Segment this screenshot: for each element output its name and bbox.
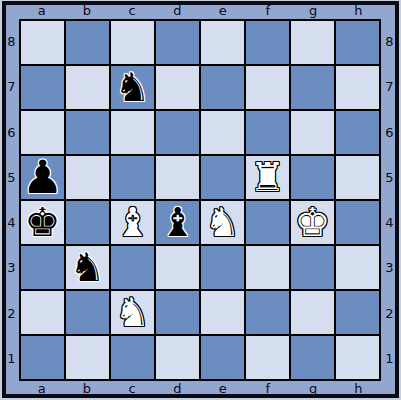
square-a4[interactable]: ♚ bbox=[21, 201, 64, 244]
rank-label-7: 7 bbox=[383, 64, 396, 109]
square-g5[interactable] bbox=[291, 156, 334, 199]
square-e4[interactable]: ♞ bbox=[201, 201, 244, 244]
square-a3[interactable] bbox=[21, 246, 64, 289]
square-f3[interactable] bbox=[246, 246, 289, 289]
square-h6[interactable] bbox=[336, 111, 379, 154]
rank-label-3: 3 bbox=[5, 245, 18, 290]
piece-white-knight[interactable]: ♞ bbox=[115, 291, 151, 334]
file-labels-top: abcdefgh bbox=[19, 4, 381, 18]
square-e5[interactable] bbox=[201, 156, 244, 199]
rank-label-6: 6 bbox=[5, 110, 18, 155]
square-d2[interactable] bbox=[156, 291, 199, 334]
piece-white-king[interactable]: ♚ bbox=[295, 201, 331, 244]
file-label-c: c bbox=[110, 4, 155, 18]
square-b4[interactable] bbox=[66, 201, 109, 244]
rank-label-1: 1 bbox=[383, 336, 396, 381]
square-h8[interactable] bbox=[336, 21, 379, 64]
rank-label-2: 2 bbox=[383, 291, 396, 336]
square-a1[interactable] bbox=[21, 336, 64, 379]
file-label-a: a bbox=[19, 382, 64, 396]
square-d6[interactable] bbox=[156, 111, 199, 154]
file-label-d: d bbox=[155, 4, 200, 18]
board-grid: ♞♟♜♚♝♝♞♚♞♞ bbox=[19, 19, 381, 381]
square-a2[interactable] bbox=[21, 291, 64, 334]
square-f4[interactable] bbox=[246, 201, 289, 244]
square-g4[interactable]: ♚ bbox=[291, 201, 334, 244]
square-d5[interactable] bbox=[156, 156, 199, 199]
file-label-h: h bbox=[336, 382, 381, 396]
file-label-d: d bbox=[155, 382, 200, 396]
square-c3[interactable] bbox=[111, 246, 154, 289]
square-h1[interactable] bbox=[336, 336, 379, 379]
piece-white-knight[interactable]: ♞ bbox=[205, 201, 241, 244]
file-labels-bottom: abcdefgh bbox=[19, 382, 381, 396]
square-h5[interactable] bbox=[336, 156, 379, 199]
rank-labels-right: 87654321 bbox=[383, 19, 396, 381]
chess-board: abcdefgh 87654321 87654321 ♞♟♜♚♝♝♞♚♞♞ ab… bbox=[0, 0, 401, 400]
square-d8[interactable] bbox=[156, 21, 199, 64]
square-e2[interactable] bbox=[201, 291, 244, 334]
square-g8[interactable] bbox=[291, 21, 334, 64]
square-f5[interactable]: ♜ bbox=[246, 156, 289, 199]
square-b8[interactable] bbox=[66, 21, 109, 64]
square-c5[interactable] bbox=[111, 156, 154, 199]
square-a8[interactable] bbox=[21, 21, 64, 64]
file-label-g: g bbox=[291, 4, 336, 18]
piece-black-knight[interactable]: ♞ bbox=[70, 246, 106, 289]
rank-label-5: 5 bbox=[383, 155, 396, 200]
piece-black-king[interactable]: ♚ bbox=[25, 201, 61, 244]
square-g6[interactable] bbox=[291, 111, 334, 154]
rank-label-4: 4 bbox=[383, 200, 396, 245]
square-h2[interactable] bbox=[336, 291, 379, 334]
square-d7[interactable] bbox=[156, 66, 199, 109]
file-label-b: b bbox=[64, 382, 109, 396]
square-c7[interactable]: ♞ bbox=[111, 66, 154, 109]
square-b7[interactable] bbox=[66, 66, 109, 109]
square-h3[interactable] bbox=[336, 246, 379, 289]
file-label-g: g bbox=[291, 382, 336, 396]
square-e7[interactable] bbox=[201, 66, 244, 109]
square-g2[interactable] bbox=[291, 291, 334, 334]
square-b5[interactable] bbox=[66, 156, 109, 199]
piece-white-rook[interactable]: ♜ bbox=[250, 156, 286, 199]
square-f7[interactable] bbox=[246, 66, 289, 109]
rank-label-6: 6 bbox=[383, 110, 396, 155]
square-d4[interactable]: ♝ bbox=[156, 201, 199, 244]
square-g7[interactable] bbox=[291, 66, 334, 109]
square-c4[interactable]: ♝ bbox=[111, 201, 154, 244]
square-a5[interactable]: ♟ bbox=[21, 156, 64, 199]
file-label-h: h bbox=[336, 4, 381, 18]
square-g1[interactable] bbox=[291, 336, 334, 379]
rank-labels-left: 87654321 bbox=[5, 19, 18, 381]
file-label-f: f bbox=[245, 382, 290, 396]
square-e6[interactable] bbox=[201, 111, 244, 154]
square-d1[interactable] bbox=[156, 336, 199, 379]
file-label-a: a bbox=[19, 4, 64, 18]
square-a7[interactable] bbox=[21, 66, 64, 109]
file-label-f: f bbox=[245, 4, 290, 18]
square-a6[interactable] bbox=[21, 111, 64, 154]
piece-black-knight[interactable]: ♞ bbox=[115, 66, 151, 109]
square-b2[interactable] bbox=[66, 291, 109, 334]
square-e1[interactable] bbox=[201, 336, 244, 379]
file-label-e: e bbox=[200, 382, 245, 396]
rank-label-8: 8 bbox=[383, 19, 396, 64]
square-e8[interactable] bbox=[201, 21, 244, 64]
square-g3[interactable] bbox=[291, 246, 334, 289]
square-f8[interactable] bbox=[246, 21, 289, 64]
square-c1[interactable] bbox=[111, 336, 154, 379]
piece-black-bishop[interactable]: ♝ bbox=[160, 201, 196, 244]
square-f6[interactable] bbox=[246, 111, 289, 154]
rank-label-5: 5 bbox=[5, 155, 18, 200]
square-f1[interactable] bbox=[246, 336, 289, 379]
piece-black-pawn[interactable]: ♟ bbox=[22, 156, 63, 199]
square-h7[interactable] bbox=[336, 66, 379, 109]
square-c6[interactable] bbox=[111, 111, 154, 154]
rank-label-1: 1 bbox=[5, 336, 18, 381]
rank-label-4: 4 bbox=[5, 200, 18, 245]
square-b3[interactable]: ♞ bbox=[66, 246, 109, 289]
square-h4[interactable] bbox=[336, 201, 379, 244]
square-c2[interactable]: ♞ bbox=[111, 291, 154, 334]
rank-label-7: 7 bbox=[5, 64, 18, 109]
rank-label-2: 2 bbox=[5, 291, 18, 336]
file-label-b: b bbox=[64, 4, 109, 18]
file-label-e: e bbox=[200, 4, 245, 18]
rank-label-8: 8 bbox=[5, 19, 18, 64]
square-b1[interactable] bbox=[66, 336, 109, 379]
file-label-c: c bbox=[110, 382, 155, 396]
rank-label-3: 3 bbox=[383, 245, 396, 290]
square-f2[interactable] bbox=[246, 291, 289, 334]
piece-white-bishop[interactable]: ♝ bbox=[115, 201, 151, 244]
square-d3[interactable] bbox=[156, 246, 199, 289]
square-b6[interactable] bbox=[66, 111, 109, 154]
square-c8[interactable] bbox=[111, 21, 154, 64]
square-e3[interactable] bbox=[201, 246, 244, 289]
